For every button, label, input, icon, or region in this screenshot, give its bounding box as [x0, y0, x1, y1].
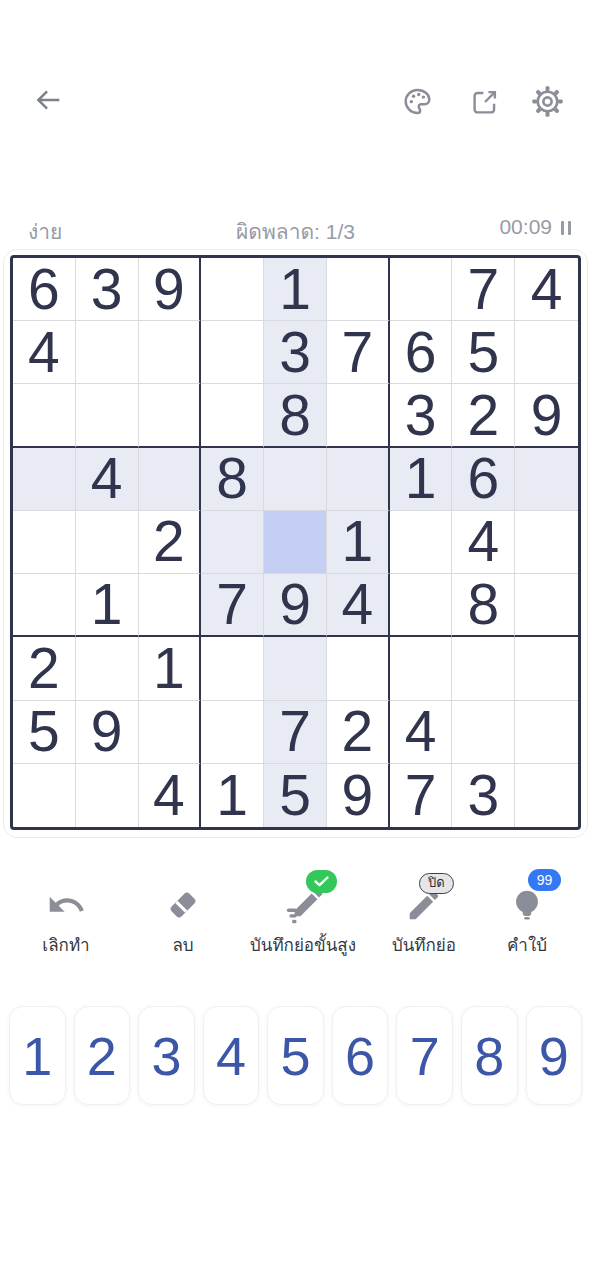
- cell-r6c1[interactable]: [13, 574, 76, 637]
- cell-r2c8[interactable]: 5: [452, 321, 515, 384]
- cell-r5c3[interactable]: 2: [139, 511, 202, 574]
- advanced-notes-on-badge: [306, 870, 337, 893]
- cell-r7c1[interactable]: 2: [13, 637, 76, 700]
- cell-r8c1[interactable]: 5: [13, 701, 76, 764]
- hint-count-badge: 99: [528, 869, 561, 891]
- cell-r1c6[interactable]: [327, 258, 390, 321]
- number-pad: 123456789: [9, 1006, 582, 1105]
- cell-r2c3[interactable]: [139, 321, 202, 384]
- cell-r9c4[interactable]: 1: [201, 764, 264, 827]
- cell-r5c1[interactable]: [13, 511, 76, 574]
- numpad-key-5[interactable]: 5: [267, 1006, 324, 1105]
- cell-r7c6[interactable]: [327, 637, 390, 700]
- settings-icon: [531, 85, 564, 121]
- cell-r3c2[interactable]: [76, 384, 139, 447]
- cell-r8c5[interactable]: 7: [264, 701, 327, 764]
- cell-r8c7[interactable]: 4: [390, 701, 453, 764]
- cell-r9c2[interactable]: [76, 764, 139, 827]
- cell-r2c5[interactable]: 3: [264, 321, 327, 384]
- cell-r9c5[interactable]: 5: [264, 764, 327, 827]
- cell-r7c3[interactable]: 1: [139, 637, 202, 700]
- cell-r7c2[interactable]: [76, 637, 139, 700]
- numpad-key-8[interactable]: 8: [461, 1006, 518, 1105]
- cell-r8c8[interactable]: [452, 701, 515, 764]
- cell-r9c1[interactable]: [13, 764, 76, 827]
- cell-r5c9[interactable]: [515, 511, 578, 574]
- cell-r9c7[interactable]: 7: [390, 764, 453, 827]
- eraser-icon: [160, 882, 206, 928]
- cell-r2c6[interactable]: 7: [327, 321, 390, 384]
- undo-icon: [43, 882, 89, 928]
- cell-r8c4[interactable]: [201, 701, 264, 764]
- cell-r1c9[interactable]: 4: [515, 258, 578, 321]
- lightbulb-icon: 99: [504, 882, 550, 928]
- tool-undo-label: เลิกทำ: [42, 931, 89, 958]
- cell-r3c3[interactable]: [139, 384, 202, 447]
- back-arrow-icon: [32, 84, 64, 119]
- pencil-advanced-notes-icon: [280, 882, 326, 928]
- share-button[interactable]: [468, 86, 502, 120]
- settings-button[interactable]: [530, 86, 564, 120]
- cell-r9c6[interactable]: 9: [327, 764, 390, 827]
- cell-r7c7[interactable]: [390, 637, 453, 700]
- numpad-key-1[interactable]: 1: [9, 1006, 66, 1105]
- cell-r1c4[interactable]: [201, 258, 264, 321]
- status-bar: ง่าย ผิดพลาด: 1/3 00:09: [0, 213, 591, 243]
- numpad-key-6[interactable]: 6: [332, 1006, 389, 1105]
- cell-r3c9[interactable]: 9: [515, 384, 578, 447]
- cell-r6c6[interactable]: 4: [327, 574, 390, 637]
- cell-r6c9[interactable]: [515, 574, 578, 637]
- cell-r1c1[interactable]: 6: [13, 258, 76, 321]
- numpad-key-7[interactable]: 7: [396, 1006, 453, 1105]
- cell-r6c2[interactable]: 1: [76, 574, 139, 637]
- cell-r5c5[interactable]: [264, 511, 327, 574]
- cell-r1c5[interactable]: 1: [264, 258, 327, 321]
- sudoku-grid: 6391744376583294816214179482159724415973: [10, 255, 581, 830]
- cell-r5c7[interactable]: [390, 511, 453, 574]
- cell-r5c4[interactable]: [201, 511, 264, 574]
- tool-notes-label: บันทึกย่อ: [392, 931, 456, 958]
- notes-off-badge: ปิด: [419, 873, 454, 894]
- cell-r8c3[interactable]: [139, 701, 202, 764]
- timer-value: 00:09: [499, 215, 552, 239]
- cell-r3c6[interactable]: [327, 384, 390, 447]
- cell-r2c9[interactable]: [515, 321, 578, 384]
- cell-r6c8[interactable]: 8: [452, 574, 515, 637]
- cell-r6c3[interactable]: [139, 574, 202, 637]
- cell-r4c9[interactable]: [515, 448, 578, 511]
- cell-r1c8[interactable]: 7: [452, 258, 515, 321]
- sudoku-app-screen: ง่าย ผิดพลาด: 1/3 00:09 6391744376583294…: [0, 0, 591, 1280]
- cell-r5c8[interactable]: 4: [452, 511, 515, 574]
- back-button[interactable]: [31, 84, 65, 118]
- cell-r7c9[interactable]: [515, 637, 578, 700]
- tool-hint[interactable]: 99 คำใบ้: [504, 882, 550, 958]
- cell-r3c8[interactable]: 2: [452, 384, 515, 447]
- tool-hint-label: คำใบ้: [507, 931, 547, 958]
- cell-r4c2[interactable]: 4: [76, 448, 139, 511]
- cell-r2c7[interactable]: 6: [390, 321, 453, 384]
- cell-r2c4[interactable]: [201, 321, 264, 384]
- pause-icon[interactable]: [561, 219, 571, 235]
- cell-r1c7[interactable]: [390, 258, 453, 321]
- cell-r9c8[interactable]: 3: [452, 764, 515, 827]
- pencil-notes-icon: ปิด: [401, 882, 447, 928]
- cell-r7c4[interactable]: [201, 637, 264, 700]
- tool-advanced-notes[interactable]: บันทึกย่อขั้นสูง: [250, 882, 356, 958]
- cell-r7c8[interactable]: [452, 637, 515, 700]
- cell-r3c4[interactable]: [201, 384, 264, 447]
- cell-r6c7[interactable]: [390, 574, 453, 637]
- tool-undo[interactable]: เลิกทำ: [42, 882, 89, 958]
- cell-r8c6[interactable]: 2: [327, 701, 390, 764]
- tool-notes[interactable]: ปิด บันทึกย่อ: [392, 882, 456, 958]
- cell-r4c6[interactable]: [327, 448, 390, 511]
- cell-r3c7[interactable]: 3: [390, 384, 453, 447]
- cell-r4c7[interactable]: 1: [390, 448, 453, 511]
- cell-r4c8[interactable]: 6: [452, 448, 515, 511]
- theme-button[interactable]: [400, 86, 434, 120]
- cell-r1c3[interactable]: 9: [139, 258, 202, 321]
- cell-r4c5[interactable]: [264, 448, 327, 511]
- cell-r7c5[interactable]: [264, 637, 327, 700]
- numpad-key-3[interactable]: 3: [138, 1006, 195, 1105]
- cell-r9c3[interactable]: 4: [139, 764, 202, 827]
- numpad-key-9[interactable]: 9: [526, 1006, 583, 1105]
- tool-advanced-notes-label: บันทึกย่อขั้นสูง: [250, 931, 356, 958]
- cell-r1c2[interactable]: 3: [76, 258, 139, 321]
- cell-r3c1[interactable]: [13, 384, 76, 447]
- cell-r4c4[interactable]: 8: [201, 448, 264, 511]
- tool-erase[interactable]: ลบ: [160, 882, 206, 958]
- cell-r9c9[interactable]: [515, 764, 578, 827]
- cell-r6c4[interactable]: 7: [201, 574, 264, 637]
- cell-r8c2[interactable]: 9: [76, 701, 139, 764]
- numpad-key-2[interactable]: 2: [74, 1006, 131, 1105]
- cell-r6c5[interactable]: 9: [264, 574, 327, 637]
- cell-r8c9[interactable]: [515, 701, 578, 764]
- cell-r4c3[interactable]: [139, 448, 202, 511]
- cell-r5c6[interactable]: 1: [327, 511, 390, 574]
- cell-r5c2[interactable]: [76, 511, 139, 574]
- palette-icon: [401, 85, 434, 121]
- cell-r3c5[interactable]: 8: [264, 384, 327, 447]
- share-icon: [469, 86, 501, 121]
- cell-r2c2[interactable]: [76, 321, 139, 384]
- tool-erase-label: ลบ: [172, 931, 193, 958]
- numpad-key-4[interactable]: 4: [203, 1006, 260, 1105]
- cell-r2c1[interactable]: 4: [13, 321, 76, 384]
- cell-r4c1[interactable]: [13, 448, 76, 511]
